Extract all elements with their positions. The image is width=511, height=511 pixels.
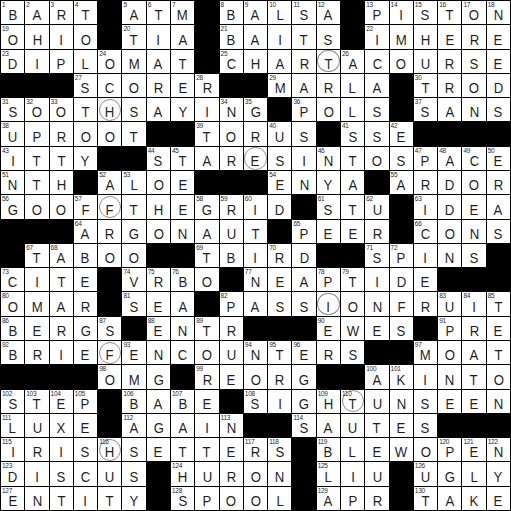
grid-cell[interactable]: 123D (1, 462, 24, 485)
grid-cell[interactable]: 83U (438, 292, 461, 315)
grid-cell[interactable]: B (220, 244, 243, 267)
grid-cell[interactable]: I (341, 462, 364, 485)
grid-cell[interactable]: 25C (220, 50, 243, 73)
grid-cell[interactable]: U (220, 220, 243, 243)
grid-cell[interactable]: S (122, 462, 145, 485)
grid-cell[interactable]: T (244, 220, 267, 243)
grid-cell[interactable]: 110T (341, 390, 364, 413)
grid-cell[interactable]: 46N (317, 147, 340, 170)
grid-cell[interactable]: 3R (50, 1, 73, 24)
grid-cell[interactable]: U (195, 462, 218, 485)
grid-cell[interactable]: U (98, 462, 121, 485)
grid-cell[interactable]: E (147, 438, 170, 461)
grid-cell[interactable]: I (317, 292, 340, 315)
grid-cell[interactable]: E (438, 25, 461, 48)
grid-cell[interactable]: 27S (74, 74, 97, 97)
grid-cell[interactable]: M (390, 25, 413, 48)
grid-cell[interactable]: R (365, 487, 388, 510)
grid-cell[interactable]: 45T (171, 147, 194, 170)
grid-cell[interactable]: T (122, 195, 145, 218)
grid-cell[interactable]: T (317, 50, 340, 73)
grid-cell[interactable]: R (98, 220, 121, 243)
grid-cell[interactable]: M (122, 365, 145, 388)
grid-cell[interactable]: E (438, 390, 461, 413)
grid-cell[interactable]: D (438, 171, 461, 194)
grid-cell[interactable]: 2A (25, 1, 48, 24)
grid-cell[interactable]: A (171, 292, 194, 315)
grid-cell[interactable]: 94N (244, 341, 267, 364)
grid-cell[interactable]: 38U (1, 122, 24, 145)
grid-cell[interactable]: 41S (341, 122, 364, 145)
grid-cell[interactable]: R (462, 317, 485, 340)
grid-cell[interactable]: S (365, 122, 388, 145)
grid-cell[interactable]: 54E (268, 171, 291, 194)
grid-cell[interactable]: 93E (122, 341, 145, 364)
grid-cell[interactable]: 51N (1, 171, 24, 194)
grid-cell[interactable]: N (292, 171, 315, 194)
grid-cell[interactable]: U (25, 414, 48, 437)
grid-cell[interactable]: O (122, 244, 145, 267)
grid-cell[interactable]: A (244, 292, 267, 315)
grid-cell[interactable]: T (74, 98, 97, 121)
grid-cell[interactable]: 36P (292, 98, 315, 121)
grid-cell[interactable]: A (171, 25, 194, 48)
grid-cell[interactable]: R (220, 147, 243, 170)
grid-cell[interactable]: T (122, 122, 145, 145)
grid-cell[interactable]: 9A (244, 1, 267, 24)
grid-cell[interactable]: N (487, 390, 510, 413)
grid-cell[interactable]: 34N (220, 98, 243, 121)
grid-cell[interactable]: I (414, 244, 437, 267)
grid-cell[interactable]: 69T (195, 244, 218, 267)
grid-cell[interactable]: A (487, 195, 510, 218)
grid-cell[interactable]: T (171, 50, 194, 73)
grid-cell[interactable]: 62U (365, 195, 388, 218)
grid-cell[interactable]: 37S (414, 98, 437, 121)
grid-cell[interactable]: 108S (244, 390, 267, 413)
grid-cell[interactable]: U (220, 341, 243, 364)
grid-cell[interactable]: A (195, 220, 218, 243)
grid-cell[interactable]: N (365, 292, 388, 315)
grid-cell[interactable]: H (244, 50, 267, 73)
grid-cell[interactable]: 1B (1, 1, 24, 24)
grid-cell[interactable]: 48A (438, 147, 461, 170)
grid-cell[interactable]: L (341, 98, 364, 121)
grid-cell[interactable]: 96E (292, 341, 315, 364)
grid-cell[interactable]: 21B (220, 25, 243, 48)
grid-cell[interactable]: S (390, 147, 413, 170)
grid-cell[interactable]: O (244, 462, 267, 485)
grid-cell[interactable]: 16T (438, 1, 461, 24)
grid-cell[interactable]: 19O (1, 25, 24, 48)
grid-cell[interactable]: B (74, 244, 97, 267)
grid-cell[interactable]: 98O (98, 365, 121, 388)
grid-cell[interactable]: 18N (487, 1, 510, 24)
grid-cell[interactable]: 105P (74, 390, 97, 413)
grid-cell[interactable]: 35G (244, 98, 267, 121)
grid-cell[interactable]: O (74, 122, 97, 145)
grid-cell[interactable]: R (220, 317, 243, 340)
grid-cell[interactable]: Y (122, 487, 145, 510)
grid-cell[interactable]: 28R (195, 74, 218, 97)
grid-cell[interactable]: 75R (147, 268, 170, 291)
grid-cell[interactable]: S (268, 147, 291, 170)
grid-cell[interactable]: 39T (195, 122, 218, 145)
grid-cell[interactable]: 24O (98, 50, 121, 73)
grid-cell[interactable]: O (390, 50, 413, 73)
grid-cell[interactable]: 71S (365, 244, 388, 267)
grid-cell[interactable]: 78P (317, 268, 340, 291)
grid-cell[interactable]: A (50, 292, 73, 315)
grid-cell[interactable]: 87S (98, 317, 121, 340)
grid-cell[interactable]: T (50, 487, 73, 510)
grid-cell[interactable]: S (414, 414, 437, 437)
grid-cell[interactable]: I (195, 98, 218, 121)
grid-cell[interactable]: 12A (317, 1, 340, 24)
grid-cell[interactable]: E (220, 438, 243, 461)
grid-cell[interactable]: F (390, 292, 413, 315)
grid-cell[interactable]: 118S (268, 438, 291, 461)
grid-cell[interactable]: N (25, 487, 48, 510)
grid-cell[interactable]: 65P (292, 220, 315, 243)
grid-cell[interactable]: T (50, 147, 73, 170)
grid-cell[interactable]: 53L (122, 171, 145, 194)
grid-cell[interactable]: A (292, 268, 315, 291)
grid-cell[interactable]: I (268, 25, 291, 48)
grid-cell[interactable]: 97M (414, 341, 437, 364)
grid-cell[interactable]: I (292, 147, 315, 170)
grid-cell[interactable]: Y (487, 462, 510, 485)
grid-cell[interactable]: O (122, 74, 145, 97)
grid-cell[interactable]: 90E (317, 317, 340, 340)
grid-cell[interactable]: 88E (147, 317, 170, 340)
grid-cell[interactable]: 100A (365, 365, 388, 388)
grid-cell[interactable]: S (414, 390, 437, 413)
grid-cell[interactable]: A (268, 50, 291, 73)
grid-cell[interactable]: R (438, 50, 461, 73)
grid-cell[interactable]: T (462, 365, 485, 388)
grid-cell[interactable]: 7M (171, 1, 194, 24)
grid-cell[interactable]: 30T (414, 74, 437, 97)
grid-cell[interactable]: 70R (268, 244, 291, 267)
grid-cell[interactable]: 5A (122, 1, 145, 24)
grid-cell[interactable]: N (438, 244, 461, 267)
grid-cell[interactable]: L (74, 50, 97, 73)
grid-cell[interactable]: G (438, 462, 461, 485)
grid-cell[interactable]: O (438, 220, 461, 243)
grid-cell[interactable]: 120P (438, 438, 461, 461)
grid-cell[interactable]: G (292, 365, 315, 388)
grid-cell[interactable]: 43I (1, 147, 24, 170)
grid-cell[interactable]: 107B (171, 390, 194, 413)
grid-cell[interactable]: 89T (195, 317, 218, 340)
grid-cell[interactable]: P (341, 487, 364, 510)
grid-cell[interactable]: 84I (462, 292, 485, 315)
grid-cell[interactable]: M (25, 292, 48, 315)
grid-cell[interactable]: S (292, 122, 315, 145)
grid-cell[interactable]: 76B (171, 268, 194, 291)
grid-cell[interactable]: U (365, 462, 388, 485)
grid-cell[interactable]: O (74, 25, 97, 48)
grid-cell[interactable]: E (487, 50, 510, 73)
grid-cell[interactable]: S (74, 438, 97, 461)
grid-cell[interactable]: I (268, 390, 291, 413)
grid-cell[interactable]: K (462, 487, 485, 510)
grid-cell[interactable]: 33O (50, 98, 73, 121)
grid-cell[interactable]: N (268, 462, 291, 485)
grid-cell[interactable]: P (50, 50, 73, 73)
grid-cell[interactable]: 14I (390, 1, 413, 24)
grid-cell[interactable]: 91P (438, 317, 461, 340)
grid-cell[interactable]: A (171, 414, 194, 437)
grid-cell[interactable]: 130T (414, 487, 437, 510)
grid-cell[interactable]: P (195, 487, 218, 510)
grid-cell[interactable]: O (195, 341, 218, 364)
grid-cell[interactable]: C (365, 50, 388, 73)
grid-cell[interactable]: W (341, 317, 364, 340)
grid-cell[interactable]: S (341, 341, 364, 364)
grid-cell[interactable]: 10L (268, 1, 291, 24)
grid-cell[interactable]: E (147, 292, 170, 315)
grid-cell[interactable]: 117R (244, 438, 267, 461)
grid-cell[interactable]: W (390, 438, 413, 461)
grid-cell[interactable]: R (244, 122, 267, 145)
grid-cell[interactable]: R (292, 50, 315, 73)
grid-cell[interactable]: E (268, 268, 291, 291)
grid-cell[interactable]: R (25, 438, 48, 461)
grid-cell[interactable]: 102S (1, 390, 24, 413)
grid-cell[interactable]: C (74, 462, 97, 485)
grid-cell[interactable]: O (147, 171, 170, 194)
grid-cell[interactable]: I (50, 25, 73, 48)
grid-cell[interactable]: 127E (1, 487, 24, 510)
grid-cell[interactable]: O (220, 122, 243, 145)
grid-cell[interactable]: A (438, 487, 461, 510)
grid-cell[interactable]: O (317, 98, 340, 121)
grid-cell[interactable]: H (414, 25, 437, 48)
grid-cell[interactable]: R (487, 171, 510, 194)
grid-cell[interactable]: I (50, 438, 73, 461)
grid-cell[interactable]: R (414, 171, 437, 194)
grid-cell[interactable]: G (74, 317, 97, 340)
grid-cell[interactable]: E (74, 341, 97, 364)
grid-cell[interactable]: 61S (317, 195, 340, 218)
grid-cell[interactable]: R (317, 341, 340, 364)
grid-cell[interactable]: E (74, 268, 97, 291)
grid-cell[interactable]: N (438, 365, 461, 388)
grid-cell[interactable]: 114S (292, 414, 315, 437)
grid-cell[interactable]: T (341, 147, 364, 170)
grid-cell[interactable]: 52A (98, 171, 121, 194)
grid-cell[interactable]: I (50, 341, 73, 364)
grid-cell[interactable]: S (487, 220, 510, 243)
grid-cell[interactable]: A (317, 414, 340, 437)
grid-cell[interactable]: 67T (25, 244, 48, 267)
grid-cell[interactable]: O (25, 195, 48, 218)
grid-cell[interactable]: S (462, 244, 485, 267)
grid-cell[interactable]: D (268, 195, 291, 218)
grid-cell[interactable]: 42E (390, 122, 413, 145)
grid-cell[interactable]: 101K (390, 365, 413, 388)
grid-cell[interactable]: N (171, 317, 194, 340)
grid-cell[interactable]: 95T (268, 341, 291, 364)
grid-cell[interactable]: O (462, 171, 485, 194)
grid-cell[interactable]: E (220, 365, 243, 388)
grid-cell[interactable]: C (98, 74, 121, 97)
grid-cell[interactable]: S (122, 98, 145, 121)
grid-cell[interactable]: L (341, 74, 364, 97)
grid-cell[interactable]: 77N (244, 268, 267, 291)
grid-cell[interactable]: 44S (147, 147, 170, 170)
grid-cell[interactable]: H (50, 171, 73, 194)
grid-cell[interactable]: I (25, 462, 48, 485)
grid-cell[interactable]: 6T (147, 1, 170, 24)
grid-cell[interactable]: E (171, 171, 194, 194)
grid-cell[interactable]: A (341, 171, 364, 194)
grid-cell[interactable]: C (171, 341, 194, 364)
grid-cell[interactable]: E (25, 317, 48, 340)
grid-cell[interactable]: O (414, 438, 437, 461)
grid-cell[interactable]: L (462, 462, 485, 485)
grid-cell[interactable]: I (414, 365, 437, 388)
grid-cell[interactable]: 80O (1, 292, 24, 315)
grid-cell[interactable]: 99R (195, 365, 218, 388)
grid-cell[interactable]: 17O (462, 1, 485, 24)
grid-cell[interactable]: E (365, 317, 388, 340)
grid-cell[interactable]: D (487, 74, 510, 97)
grid-cell[interactable]: E (365, 438, 388, 461)
grid-cell[interactable]: N (462, 220, 485, 243)
grid-cell[interactable]: 85T (487, 292, 510, 315)
grid-cell[interactable]: E (390, 414, 413, 437)
grid-cell[interactable]: R (438, 74, 461, 97)
grid-cell[interactable]: O (98, 122, 121, 145)
grid-cell[interactable]: 66C (414, 220, 437, 243)
grid-cell[interactable]: F (98, 341, 121, 364)
grid-cell[interactable]: E (462, 195, 485, 218)
grid-cell[interactable]: 60I (244, 195, 267, 218)
grid-cell[interactable]: 103T (25, 390, 48, 413)
grid-cell[interactable]: R (220, 462, 243, 485)
grid-cell[interactable]: E (487, 317, 510, 340)
grid-cell[interactable]: N (462, 98, 485, 121)
grid-cell[interactable]: A (292, 74, 315, 97)
grid-cell[interactable]: T (365, 414, 388, 437)
grid-cell[interactable]: 57F (74, 195, 97, 218)
grid-cell[interactable]: 73C (1, 268, 24, 291)
grid-cell[interactable]: E (171, 74, 194, 97)
grid-cell[interactable]: R (74, 292, 97, 315)
grid-cell[interactable]: A (462, 341, 485, 364)
grid-cell[interactable]: 104E (50, 390, 73, 413)
grid-cell[interactable]: 11S (292, 1, 315, 24)
grid-cell[interactable]: E (462, 390, 485, 413)
grid-cell[interactable]: 106B (122, 390, 145, 413)
grid-cell[interactable]: 74V (122, 268, 145, 291)
grid-cell[interactable]: O (50, 195, 73, 218)
grid-cell[interactable]: G (147, 365, 170, 388)
grid-cell[interactable]: T (292, 25, 315, 48)
grid-cell[interactable]: G (122, 220, 145, 243)
grid-cell[interactable]: 59R (220, 195, 243, 218)
grid-cell[interactable]: 125L (317, 462, 340, 485)
grid-cell[interactable]: 29M (268, 74, 291, 97)
grid-cell[interactable]: U (341, 414, 364, 437)
grid-cell[interactable]: S (292, 292, 315, 315)
grid-cell[interactable]: 8B (220, 1, 243, 24)
grid-cell[interactable]: A (147, 390, 170, 413)
grid-cell[interactable]: 122N (487, 438, 510, 461)
grid-cell[interactable]: 63I (414, 195, 437, 218)
grid-cell[interactable]: 112A (122, 414, 145, 437)
grid-cell[interactable]: 129A (317, 487, 340, 510)
grid-cell[interactable]: E (341, 220, 364, 243)
grid-cell[interactable]: O (438, 341, 461, 364)
grid-cell[interactable]: T (195, 438, 218, 461)
grid-cell[interactable]: R (25, 341, 48, 364)
grid-cell[interactable]: Y (317, 171, 340, 194)
grid-cell[interactable]: I (74, 487, 97, 510)
grid-cell[interactable]: T (25, 147, 48, 170)
grid-cell[interactable]: M (122, 50, 145, 73)
grid-cell[interactable]: 111L (1, 414, 24, 437)
grid-cell[interactable]: T (25, 171, 48, 194)
grid-cell[interactable]: E (487, 487, 510, 510)
grid-cell[interactable]: A (147, 98, 170, 121)
grid-cell[interactable]: I (25, 50, 48, 73)
grid-cell[interactable]: R (147, 74, 170, 97)
grid-cell[interactable]: 23D (1, 50, 24, 73)
grid-cell[interactable]: R (414, 292, 437, 315)
grid-cell[interactable]: O (244, 487, 267, 510)
grid-cell[interactable]: T (487, 341, 510, 364)
grid-cell[interactable]: 72P (390, 244, 413, 267)
grid-cell[interactable]: S (487, 98, 510, 121)
grid-cell[interactable]: I (244, 244, 267, 267)
grid-cell[interactable]: 115I (1, 438, 24, 461)
grid-cell[interactable]: E (195, 390, 218, 413)
grid-cell[interactable]: R (317, 74, 340, 97)
grid-cell[interactable]: E (244, 147, 267, 170)
grid-cell[interactable]: I (365, 268, 388, 291)
grid-cell[interactable]: 92B (1, 341, 24, 364)
grid-cell[interactable]: S (365, 98, 388, 121)
grid-cell[interactable]: Y (74, 147, 97, 170)
grid-cell[interactable]: L (268, 487, 291, 510)
grid-cell[interactable]: 81S (122, 292, 145, 315)
grid-cell[interactable]: 32O (25, 98, 48, 121)
grid-cell[interactable]: I (25, 268, 48, 291)
grid-cell[interactable]: H (98, 98, 121, 121)
grid-cell[interactable]: L (341, 438, 364, 461)
grid-cell[interactable]: N (147, 341, 170, 364)
grid-cell[interactable]: O (244, 365, 267, 388)
grid-cell[interactable]: T (98, 487, 121, 510)
grid-cell[interactable]: 20T (122, 25, 145, 48)
grid-cell[interactable]: 64A (74, 220, 97, 243)
grid-cell[interactable]: 58G (195, 195, 218, 218)
grid-cell[interactable]: D (438, 195, 461, 218)
grid-cell[interactable]: O (147, 220, 170, 243)
grid-cell[interactable]: Y (171, 98, 194, 121)
grid-cell[interactable]: 47P (414, 147, 437, 170)
grid-cell[interactable]: 126U (414, 462, 437, 485)
grid-cell[interactable]: S (390, 317, 413, 340)
grid-cell[interactable]: 22I (365, 25, 388, 48)
grid-cell[interactable]: O (341, 292, 364, 315)
grid-cell[interactable]: 113N (220, 414, 243, 437)
grid-cell[interactable]: 82P (220, 292, 243, 315)
